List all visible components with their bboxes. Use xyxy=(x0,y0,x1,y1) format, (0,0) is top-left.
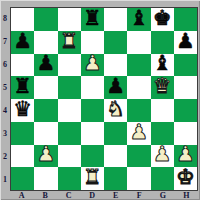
rank-label-5: 5 xyxy=(0,76,10,99)
white-pawn-g2[interactable]: ♟ xyxy=(153,145,172,166)
file-label-f: F xyxy=(128,191,152,200)
square-d2[interactable] xyxy=(81,145,104,168)
square-a4[interactable]: ♛ xyxy=(11,99,34,122)
rank-label-4: 4 xyxy=(0,99,10,122)
file-label-g: G xyxy=(151,191,175,200)
square-b5[interactable] xyxy=(34,76,57,99)
rank-labels: 87654321 xyxy=(0,7,10,191)
square-d7[interactable] xyxy=(81,31,104,54)
square-e8[interactable] xyxy=(104,8,127,31)
square-a2[interactable] xyxy=(11,145,34,168)
square-h2[interactable]: ♟ xyxy=(174,145,197,168)
rank-label-2: 2 xyxy=(0,145,10,168)
square-c3[interactable] xyxy=(58,122,81,145)
black-bishop-f8[interactable]: ♝ xyxy=(129,8,148,29)
square-f4[interactable] xyxy=(127,99,150,122)
square-f6[interactable] xyxy=(127,54,150,77)
black-rook-a5[interactable]: ♜ xyxy=(13,76,32,97)
square-a1[interactable] xyxy=(11,167,34,190)
square-g1[interactable] xyxy=(151,167,174,190)
square-e6[interactable] xyxy=(104,54,127,77)
chess-board: ♜♝♚♟♜♟♟♟♝♜♟♛♛♞♟♟♟♟♜♚ xyxy=(10,7,198,191)
black-pawn-e5[interactable]: ♟ xyxy=(106,76,125,97)
white-queen-g5[interactable]: ♛ xyxy=(153,76,172,97)
black-king-g8[interactable]: ♚ xyxy=(153,8,172,29)
square-c2[interactable] xyxy=(58,145,81,168)
square-h7[interactable]: ♟ xyxy=(174,31,197,54)
white-rook-d1[interactable]: ♜ xyxy=(83,167,102,188)
square-c8[interactable] xyxy=(58,8,81,31)
square-a3[interactable] xyxy=(11,122,34,145)
white-pawn-h2[interactable]: ♟ xyxy=(176,145,195,166)
square-b3[interactable] xyxy=(34,122,57,145)
square-d1[interactable]: ♜ xyxy=(81,167,104,190)
square-b2[interactable]: ♟ xyxy=(34,145,57,168)
square-h8[interactable] xyxy=(174,8,197,31)
square-e1[interactable] xyxy=(104,167,127,190)
black-pawn-h7[interactable]: ♟ xyxy=(176,31,195,52)
square-a8[interactable] xyxy=(11,8,34,31)
square-c6[interactable] xyxy=(58,54,81,77)
white-pawn-d6[interactable]: ♟ xyxy=(83,54,102,75)
square-a7[interactable]: ♟ xyxy=(11,31,34,54)
white-pawn-b2[interactable]: ♟ xyxy=(36,145,55,166)
square-h5[interactable] xyxy=(174,76,197,99)
black-bishop-g6[interactable]: ♝ xyxy=(153,54,172,75)
square-c4[interactable] xyxy=(58,99,81,122)
square-d8[interactable]: ♜ xyxy=(81,8,104,31)
black-rook-d8[interactable]: ♜ xyxy=(83,8,102,29)
file-label-d: D xyxy=(81,191,105,200)
square-h6[interactable] xyxy=(174,54,197,77)
file-label-b: B xyxy=(34,191,58,200)
square-g2[interactable]: ♟ xyxy=(151,145,174,168)
square-e7[interactable] xyxy=(104,31,127,54)
square-h4[interactable] xyxy=(174,99,197,122)
square-b1[interactable] xyxy=(34,167,57,190)
square-h1[interactable]: ♚ xyxy=(174,167,197,190)
square-g6[interactable]: ♝ xyxy=(151,54,174,77)
square-d5[interactable] xyxy=(81,76,104,99)
rank-label-3: 3 xyxy=(0,122,10,145)
square-b7[interactable] xyxy=(34,31,57,54)
file-label-a: A xyxy=(10,191,34,200)
square-d4[interactable] xyxy=(81,99,104,122)
square-b8[interactable] xyxy=(34,8,57,31)
square-g5[interactable]: ♛ xyxy=(151,76,174,99)
file-labels: ABCDEFGH xyxy=(10,191,198,200)
black-pawn-b6[interactable]: ♟ xyxy=(36,54,55,75)
square-c1[interactable] xyxy=(58,167,81,190)
square-f2[interactable] xyxy=(127,145,150,168)
chessboard-window: 87654321 ♜♝♚♟♜♟♟♟♝♜♟♛♛♞♟♟♟♟♜♚ ABCDEFGH xyxy=(0,0,200,200)
white-king-h1[interactable]: ♚ xyxy=(176,167,195,188)
square-g3[interactable] xyxy=(151,122,174,145)
rank-label-6: 6 xyxy=(0,53,10,76)
square-c7[interactable]: ♜ xyxy=(58,31,81,54)
square-e3[interactable] xyxy=(104,122,127,145)
square-h3[interactable] xyxy=(174,122,197,145)
rank-label-1: 1 xyxy=(0,168,10,191)
rank-label-7: 7 xyxy=(0,30,10,53)
white-knight-e4[interactable]: ♞ xyxy=(106,99,125,120)
square-f3[interactable]: ♟ xyxy=(127,122,150,145)
square-f8[interactable]: ♝ xyxy=(127,8,150,31)
rank-label-8: 8 xyxy=(0,7,10,30)
file-label-e: E xyxy=(104,191,128,200)
square-e2[interactable] xyxy=(104,145,127,168)
square-c5[interactable] xyxy=(58,76,81,99)
square-a6[interactable] xyxy=(11,54,34,77)
square-a5[interactable]: ♜ xyxy=(11,76,34,99)
square-d6[interactable]: ♟ xyxy=(81,54,104,77)
white-rook-c7[interactable]: ♜ xyxy=(60,31,79,52)
square-f5[interactable] xyxy=(127,76,150,99)
white-pawn-f3[interactable]: ♟ xyxy=(129,122,148,143)
black-queen-a4[interactable]: ♛ xyxy=(13,99,32,120)
square-f7[interactable] xyxy=(127,31,150,54)
square-g7[interactable] xyxy=(151,31,174,54)
square-b6[interactable]: ♟ xyxy=(34,54,57,77)
square-b4[interactable] xyxy=(34,99,57,122)
file-label-c: C xyxy=(57,191,81,200)
square-e5[interactable]: ♟ xyxy=(104,76,127,99)
black-pawn-a7[interactable]: ♟ xyxy=(13,31,32,52)
square-g8[interactable]: ♚ xyxy=(151,8,174,31)
square-d3[interactable] xyxy=(81,122,104,145)
square-e4[interactable]: ♞ xyxy=(104,99,127,122)
square-f1[interactable] xyxy=(127,167,150,190)
file-label-h: H xyxy=(175,191,199,200)
square-g4[interactable] xyxy=(151,99,174,122)
